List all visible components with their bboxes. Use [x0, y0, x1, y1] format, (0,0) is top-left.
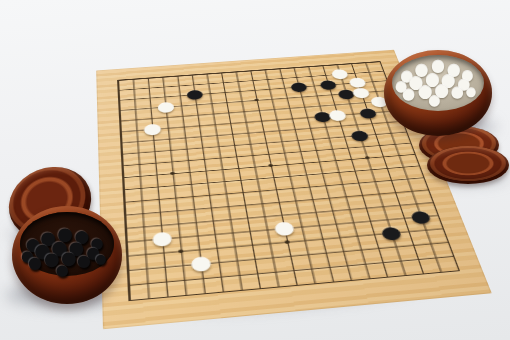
white-stone-in-bowl: ● [451, 84, 464, 99]
star-point [164, 105, 169, 108]
star-point [254, 99, 259, 102]
black-stone-in-bowl: ● [77, 253, 91, 269]
white-stone-in-bowl: ● [402, 87, 415, 102]
black-bowl-opening: ●●●●●●●●●●●●●●●● [20, 212, 114, 276]
black-stone-in-bowl: ● [56, 262, 69, 277]
white-stone-in-bowl: ● [428, 93, 440, 107]
white-bowl-opening: ●●●●●●●●●●●●●●●● [392, 55, 484, 111]
white-bowl-lid-bottom [427, 146, 509, 184]
black-stone-bowl: ●●●●●●●●●●●●●●●● [12, 206, 122, 304]
go-photo-scene: ●●●●●●●●●●●●●●●●●●● ●●●●●●●●●●●●●●●● ●●●… [0, 0, 510, 340]
star-point [268, 164, 273, 167]
star-point [344, 92, 349, 95]
black-stone-in-bowl: ● [28, 255, 42, 271]
white-stone-bowl: ●●●●●●●●●●●●●●●● [384, 50, 492, 136]
white-stone-in-bowl: ● [466, 86, 476, 98]
star-point [171, 172, 176, 175]
black-stone-in-bowl: ● [95, 252, 106, 265]
star-point [364, 156, 369, 159]
